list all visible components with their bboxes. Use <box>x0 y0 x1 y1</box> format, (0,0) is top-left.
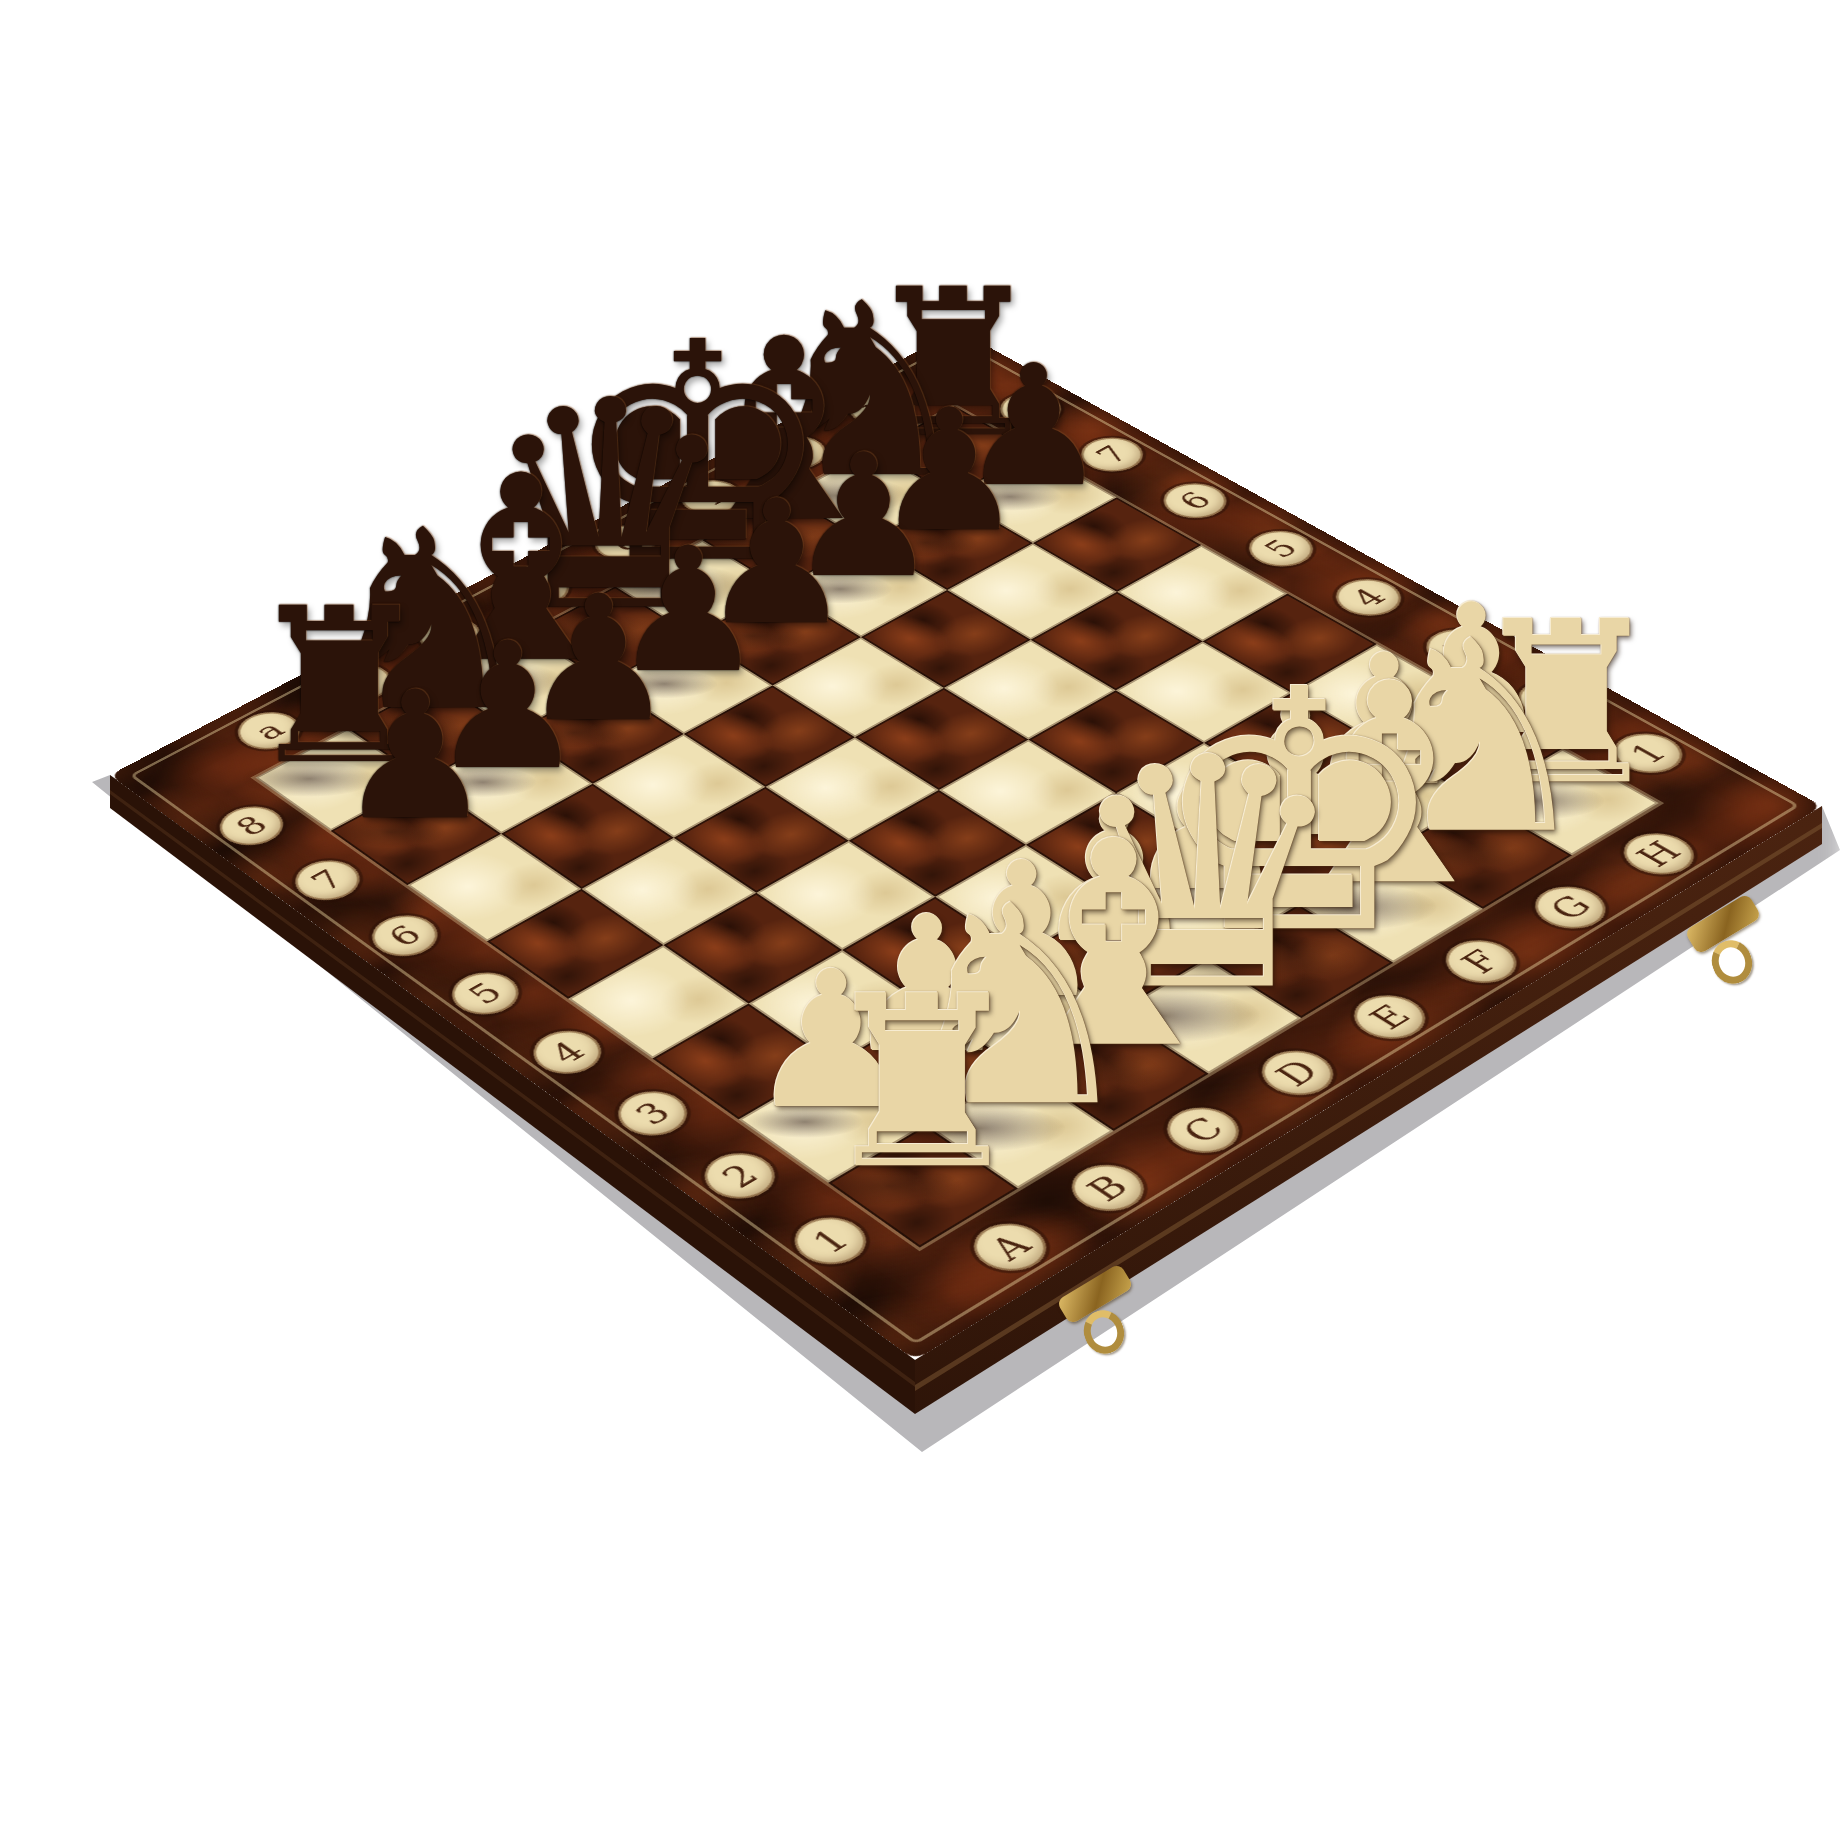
coord-label-file-far-g: g <box>753 429 838 476</box>
coord-label-rank-right-8: 8 <box>988 386 1074 433</box>
coord-label-rank-left-7: 7 <box>282 852 372 908</box>
brass-clasp-icon <box>1036 1270 1156 1366</box>
coord-label-rank-right-3: 3 <box>1413 622 1506 675</box>
coord-label-file-near-b: B <box>1057 1156 1158 1221</box>
coord-label-rank-right-7: 7 <box>1068 431 1155 479</box>
coord-label-file-near-h: H <box>1610 825 1708 883</box>
board-playing-field <box>255 406 1658 1247</box>
coord-label-file-near-e: E <box>1340 986 1440 1047</box>
chess-board: aA88bB77cC66dD55eE44fF33gG22hH11 <box>110 330 1822 1360</box>
coord-label-rank-left-5: 5 <box>438 964 531 1023</box>
coord-label-rank-right-2: 2 <box>1505 673 1600 727</box>
coord-label-rank-right-6: 6 <box>1151 476 1239 525</box>
coord-label-rank-right-4: 4 <box>1323 572 1414 623</box>
coord-label-file-far-a: a <box>226 704 313 756</box>
coord-label-rank-right-1: 1 <box>1600 725 1696 780</box>
coord-label-file-near-f: F <box>1431 932 1530 992</box>
chess-set-photo: aA88bB77cC66dD55eE44fF33gG22hH11 ♜♞♝♛♚♝♞… <box>0 0 1844 1844</box>
coord-label-file-far-h: h <box>837 385 922 431</box>
coord-label-rank-left-4: 4 <box>520 1022 615 1083</box>
coord-label-file-far-f: f <box>669 473 754 521</box>
coord-label-rank-left-3: 3 <box>604 1082 701 1144</box>
coord-label-file-near-d: D <box>1247 1042 1347 1104</box>
coord-label-rank-left-6: 6 <box>359 907 451 964</box>
coord-label-rank-left-2: 2 <box>691 1144 790 1208</box>
coord-label-file-near-c: C <box>1153 1098 1254 1162</box>
coord-label-rank-right-5: 5 <box>1236 524 1326 574</box>
coord-label-rank-left-8: 8 <box>207 799 296 854</box>
coord-label-rank-left-1: 1 <box>780 1208 880 1274</box>
coord-label-file-far-c: c <box>407 610 493 661</box>
brass-clasp-icon <box>1664 900 1784 996</box>
coord-label-file-far-e: e <box>583 518 669 567</box>
coord-label-file-near-g: G <box>1521 878 1620 937</box>
coord-label-file-far-d: d <box>495 564 581 614</box>
coord-label-file-far-b: b <box>317 657 404 708</box>
